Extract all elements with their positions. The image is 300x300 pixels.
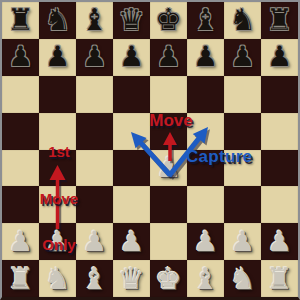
square-f5[interactable]	[187, 113, 224, 150]
square-f7[interactable]: ♟	[187, 39, 224, 76]
piece-white-knight: ♞	[44, 264, 71, 294]
square-d6[interactable]	[113, 76, 150, 113]
piece-white-pawn: ♟	[82, 228, 107, 256]
square-c7[interactable]: ♟	[76, 39, 113, 76]
square-a6[interactable]	[2, 76, 39, 113]
piece-black-pawn: ♟	[156, 43, 181, 71]
square-c2[interactable]: ♟	[76, 223, 113, 260]
piece-white-pawn: ♟	[45, 228, 70, 256]
square-a5[interactable]	[2, 113, 39, 150]
square-g1[interactable]: ♞	[224, 260, 261, 297]
piece-white-pawn: ♟	[230, 228, 255, 256]
piece-black-knight: ♞	[229, 5, 256, 35]
piece-black-rook: ♜	[266, 5, 293, 35]
square-g8[interactable]: ♞	[224, 2, 261, 39]
square-a1[interactable]: ♜	[2, 260, 39, 297]
square-a3[interactable]	[2, 186, 39, 223]
piece-white-bishop: ♝	[81, 264, 108, 294]
square-e5[interactable]	[150, 113, 187, 150]
square-b6[interactable]	[39, 76, 76, 113]
square-d7[interactable]: ♟	[113, 39, 150, 76]
piece-white-queen: ♛	[118, 264, 145, 294]
square-e6[interactable]	[150, 76, 187, 113]
piece-white-rook: ♜	[266, 264, 293, 294]
square-g4[interactable]	[224, 150, 261, 187]
piece-black-pawn: ♟	[82, 43, 107, 71]
piece-black-queen: ♛	[118, 5, 145, 35]
square-a2[interactable]: ♟	[2, 223, 39, 260]
square-g5[interactable]	[224, 113, 261, 150]
square-e8[interactable]: ♚	[150, 2, 187, 39]
square-b7[interactable]: ♟	[39, 39, 76, 76]
square-h6[interactable]	[261, 76, 298, 113]
piece-white-rook: ♜	[7, 264, 34, 294]
square-a4[interactable]	[2, 150, 39, 187]
piece-white-pawn: ♟	[8, 228, 33, 256]
square-h3[interactable]	[261, 186, 298, 223]
square-h2[interactable]: ♟	[261, 223, 298, 260]
square-h8[interactable]: ♜	[261, 2, 298, 39]
chess-board: ♜♞♝♛♚♝♞♜♟♟♟♟♟♟♟♟♟♟♟♟♟♟♟♟♜♞♝♛♚♝♞♜	[2, 2, 298, 297]
square-f2[interactable]: ♟	[187, 223, 224, 260]
square-b4[interactable]	[39, 150, 76, 187]
piece-white-pawn: ♟	[193, 228, 218, 256]
square-f1[interactable]: ♝	[187, 260, 224, 297]
square-e3[interactable]	[150, 186, 187, 223]
square-d3[interactable]	[113, 186, 150, 223]
piece-black-rook: ♜	[7, 5, 34, 35]
square-b3[interactable]	[39, 186, 76, 223]
square-d2[interactable]: ♟	[113, 223, 150, 260]
piece-white-pawn: ♟	[119, 228, 144, 256]
square-g3[interactable]	[224, 186, 261, 223]
square-h4[interactable]	[261, 150, 298, 187]
piece-black-pawn: ♟	[267, 43, 292, 71]
square-g2[interactable]: ♟	[224, 223, 261, 260]
square-h1[interactable]: ♜	[261, 260, 298, 297]
square-f8[interactable]: ♝	[187, 2, 224, 39]
square-e7[interactable]: ♟	[150, 39, 187, 76]
piece-black-pawn: ♟	[8, 43, 33, 71]
square-h5[interactable]	[261, 113, 298, 150]
square-c5[interactable]	[76, 113, 113, 150]
square-a7[interactable]: ♟	[2, 39, 39, 76]
square-c3[interactable]	[76, 186, 113, 223]
chess-board-frame: ♜♞♝♛♚♝♞♜♟♟♟♟♟♟♟♟♟♟♟♟♟♟♟♟♜♞♝♛♚♝♞♜ 1st Mov…	[0, 0, 300, 300]
piece-white-knight: ♞	[229, 264, 256, 294]
square-d8[interactable]: ♛	[113, 2, 150, 39]
square-h7[interactable]: ♟	[261, 39, 298, 76]
square-f4[interactable]	[187, 150, 224, 187]
square-b5[interactable]	[39, 113, 76, 150]
piece-white-king: ♚	[155, 264, 182, 294]
square-b8[interactable]: ♞	[39, 2, 76, 39]
square-e4[interactable]: ♟	[150, 150, 187, 187]
square-d4[interactable]	[113, 150, 150, 187]
square-c1[interactable]: ♝	[76, 260, 113, 297]
square-a8[interactable]: ♜	[2, 2, 39, 39]
square-d5[interactable]	[113, 113, 150, 150]
square-c8[interactable]: ♝	[76, 2, 113, 39]
square-g7[interactable]: ♟	[224, 39, 261, 76]
square-f6[interactable]	[187, 76, 224, 113]
square-b1[interactable]: ♞	[39, 260, 76, 297]
piece-black-pawn: ♟	[230, 43, 255, 71]
piece-black-pawn: ♟	[45, 43, 70, 71]
square-e2[interactable]	[150, 223, 187, 260]
piece-black-knight: ♞	[44, 5, 71, 35]
square-e1[interactable]: ♚	[150, 260, 187, 297]
piece-white-pawn: ♟	[267, 228, 292, 256]
piece-black-bishop: ♝	[192, 5, 219, 35]
piece-black-pawn: ♟	[119, 43, 144, 71]
square-g6[interactable]	[224, 76, 261, 113]
piece-white-bishop: ♝	[192, 264, 219, 294]
square-c4[interactable]	[76, 150, 113, 187]
square-c6[interactable]	[76, 76, 113, 113]
piece-black-bishop: ♝	[81, 5, 108, 35]
piece-white-pawn: ♟	[156, 154, 181, 182]
piece-black-king: ♚	[155, 5, 182, 35]
piece-black-pawn: ♟	[193, 43, 218, 71]
square-d1[interactable]: ♛	[113, 260, 150, 297]
square-b2[interactable]: ♟	[39, 223, 76, 260]
square-f3[interactable]	[187, 186, 224, 223]
